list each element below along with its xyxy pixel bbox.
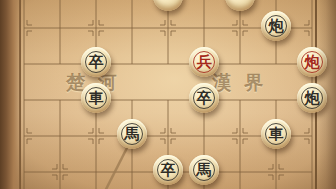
piece-black-cannon[interactable]: 炮	[261, 11, 291, 41]
piece-unknown-piece-cut-off-top[interactable]	[225, 0, 255, 11]
piece-red-soldier[interactable]: 兵	[189, 47, 219, 77]
piece-character	[153, 0, 183, 11]
piece-character: 炮	[261, 11, 291, 41]
piece-character: 馬	[117, 119, 147, 149]
piece-unknown-piece-cut-off-top[interactable]	[153, 0, 183, 11]
river-label-han: 漢界	[212, 71, 276, 93]
piece-character: 馬	[189, 155, 219, 185]
piece-black-cannon[interactable]: 炮	[297, 83, 327, 113]
piece-character: 車	[81, 83, 111, 113]
piece-black-soldier[interactable]: 卒	[81, 47, 111, 77]
piece-character: 車	[261, 119, 291, 149]
piece-character: 炮	[297, 47, 327, 77]
xiangqi-board[interactable]: 楚河 漢界 炮卒兵炮車卒炮馬車卒馬	[0, 0, 336, 189]
piece-black-chariot[interactable]: 車	[81, 83, 111, 113]
piece-character: 卒	[81, 47, 111, 77]
piece-black-soldier[interactable]: 卒	[153, 155, 183, 185]
piece-black-soldier[interactable]: 卒	[189, 83, 219, 113]
piece-black-horse[interactable]: 馬	[189, 155, 219, 185]
piece-character: 兵	[189, 47, 219, 77]
piece-character: 卒	[153, 155, 183, 185]
piece-character: 卒	[189, 83, 219, 113]
piece-black-horse[interactable]: 馬	[117, 119, 147, 149]
piece-character: 炮	[297, 83, 327, 113]
piece-character	[225, 0, 255, 11]
piece-red-cannon[interactable]: 炮	[297, 47, 327, 77]
piece-black-chariot[interactable]: 車	[261, 119, 291, 149]
